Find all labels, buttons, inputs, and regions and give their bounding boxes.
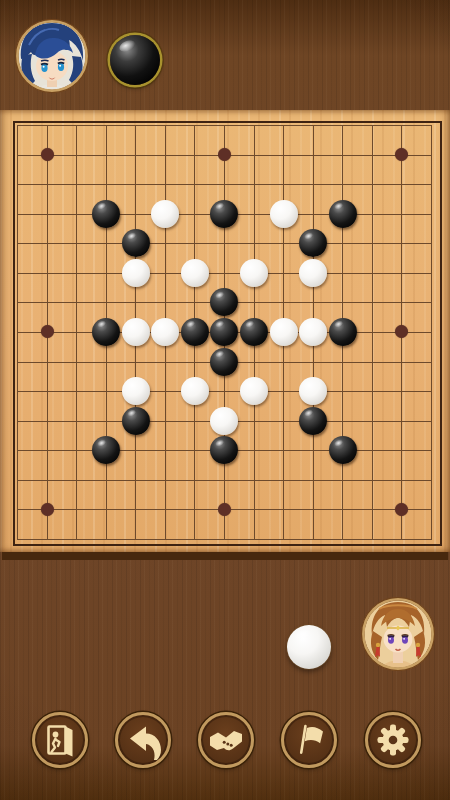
white-stone <box>122 259 150 287</box>
white-turn-stone <box>287 625 331 669</box>
black-stone <box>92 200 120 228</box>
black-turn-stone <box>110 35 160 85</box>
gear-icon <box>373 720 413 760</box>
white-stone <box>299 318 327 346</box>
white-stone <box>181 259 209 287</box>
white-stone <box>151 200 179 228</box>
black-stone <box>210 348 238 376</box>
white-stone <box>122 377 150 405</box>
undo-arrow-icon <box>123 720 163 760</box>
board-grid[interactable] <box>17 125 432 540</box>
exit-door-icon <box>40 720 80 760</box>
draw-offer-button[interactable] <box>198 712 254 768</box>
star-point <box>395 148 408 161</box>
black-stone <box>181 318 209 346</box>
black-stone <box>329 436 357 464</box>
star-point <box>395 503 408 516</box>
surrender-button[interactable] <box>281 712 337 768</box>
white-stone <box>299 377 327 405</box>
star-point <box>218 503 231 516</box>
exit-button[interactable] <box>32 712 88 768</box>
undo-button[interactable] <box>115 712 171 768</box>
star-point <box>395 325 408 338</box>
black-stone <box>240 318 268 346</box>
black-stone <box>210 318 238 346</box>
black-stone <box>210 288 238 316</box>
white-stone <box>270 200 298 228</box>
black-stone <box>210 436 238 464</box>
white-stone <box>240 377 268 405</box>
player-avatar-top[interactable] <box>15 19 89 93</box>
star-point <box>41 325 54 338</box>
star-point <box>218 148 231 161</box>
black-stone <box>329 200 357 228</box>
black-stone <box>92 436 120 464</box>
star-point <box>41 148 54 161</box>
black-stone <box>122 407 150 435</box>
white-stone <box>210 407 238 435</box>
black-stone <box>329 318 357 346</box>
white-stone <box>151 318 179 346</box>
white-stone <box>299 259 327 287</box>
settings-button[interactable] <box>365 712 421 768</box>
white-stone <box>240 259 268 287</box>
white-stone <box>181 377 209 405</box>
handshake-icon <box>206 720 246 760</box>
black-stone <box>299 407 327 435</box>
white-stone <box>122 318 150 346</box>
player-avatar-bottom[interactable] <box>361 597 435 671</box>
app-screen <box>0 0 450 800</box>
flag-icon <box>289 720 329 760</box>
black-stone <box>299 229 327 257</box>
star-point <box>41 503 54 516</box>
auburn-haired-girl-portrait <box>361 597 435 671</box>
black-stone <box>122 229 150 257</box>
blue-haired-girl-portrait <box>15 19 89 93</box>
white-stone <box>270 318 298 346</box>
black-stone <box>92 318 120 346</box>
board-panel <box>0 110 450 552</box>
black-stone <box>210 200 238 228</box>
